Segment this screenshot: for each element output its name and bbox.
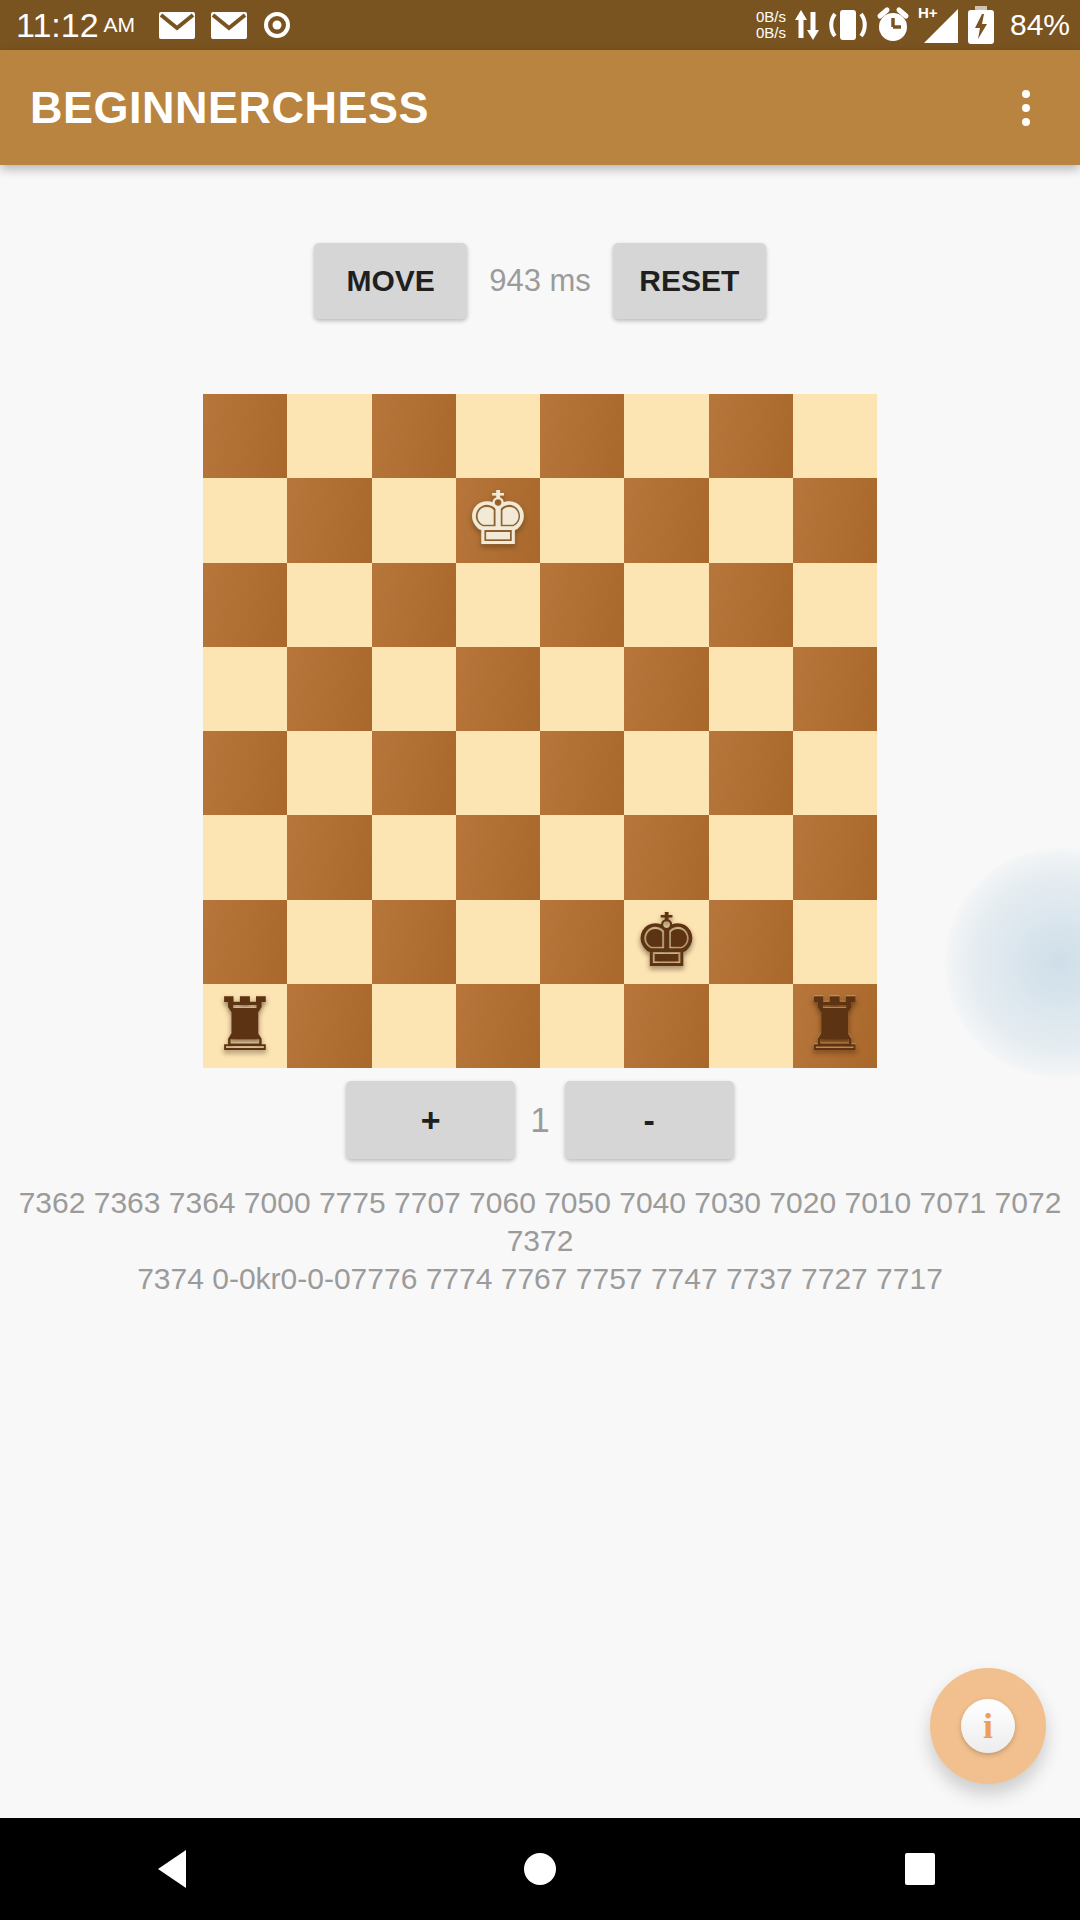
white-king: ♚ [465, 481, 531, 555]
stepper-row: + 1 - [0, 1081, 1080, 1159]
alarm-icon [875, 6, 911, 44]
square-e3[interactable] [540, 815, 624, 899]
square-c5[interactable] [372, 647, 456, 731]
square-c4[interactable] [372, 731, 456, 815]
square-g6[interactable] [709, 563, 793, 647]
chess-board: ♚♚♜♜ [203, 394, 877, 1068]
move-log: 7362 7363 7364 7000 7775 7707 7060 7050 … [0, 1184, 1080, 1298]
square-f7[interactable] [624, 478, 708, 562]
network-speed-text: 0B/s 0B/s [756, 9, 786, 41]
minus-button[interactable]: - [565, 1081, 734, 1159]
square-d2[interactable] [456, 900, 540, 984]
square-h6[interactable] [793, 563, 877, 647]
square-f1[interactable] [624, 984, 708, 1068]
square-c7[interactable] [372, 478, 456, 562]
square-c8[interactable] [372, 394, 456, 478]
square-a2[interactable] [203, 900, 287, 984]
recents-icon [905, 1853, 935, 1885]
home-icon [524, 1853, 556, 1885]
black-king: ♚ [633, 903, 699, 977]
square-c2[interactable] [372, 900, 456, 984]
square-b8[interactable] [287, 394, 371, 478]
square-f4[interactable] [624, 731, 708, 815]
email-icon [211, 12, 247, 39]
email-icon [159, 12, 195, 39]
nav-back-button[interactable] [112, 1818, 232, 1920]
square-f3[interactable] [624, 815, 708, 899]
clock-time: 11:12 [16, 6, 99, 45]
square-g5[interactable] [709, 647, 793, 731]
square-h1[interactable]: ♜ [793, 984, 877, 1068]
move-button[interactable]: MOVE [314, 243, 467, 319]
square-b4[interactable] [287, 731, 371, 815]
square-g8[interactable] [709, 394, 793, 478]
square-a6[interactable] [203, 563, 287, 647]
reset-button[interactable]: RESET [613, 243, 766, 319]
controls-row: MOVE 943 ms RESET [0, 243, 1080, 319]
screen: 11:12 AM 0B/s 0B/s [0, 0, 1080, 1920]
square-d8[interactable] [456, 394, 540, 478]
nav-bar [0, 1818, 1080, 1920]
vibrate-icon [828, 5, 868, 45]
square-d4[interactable] [456, 731, 540, 815]
square-b2[interactable] [287, 900, 371, 984]
square-e7[interactable] [540, 478, 624, 562]
square-b5[interactable] [287, 647, 371, 731]
status-bar: 11:12 AM 0B/s 0B/s [0, 0, 1080, 50]
square-a4[interactable] [203, 731, 287, 815]
edge-scroll-glow [945, 848, 1080, 1078]
square-c1[interactable] [372, 984, 456, 1068]
signal-hplus-icon: H+ [918, 5, 958, 45]
clock-period: AM [104, 13, 136, 37]
square-f2[interactable]: ♚ [624, 900, 708, 984]
square-c3[interactable] [372, 815, 456, 899]
square-h8[interactable] [793, 394, 877, 478]
square-a8[interactable] [203, 394, 287, 478]
square-f8[interactable] [624, 394, 708, 478]
svg-text:H+: H+ [918, 5, 938, 21]
data-saver-icon [263, 11, 291, 39]
square-e5[interactable] [540, 647, 624, 731]
square-d1[interactable] [456, 984, 540, 1068]
info-fab[interactable]: i [930, 1668, 1046, 1784]
square-h5[interactable] [793, 647, 877, 731]
square-e2[interactable] [540, 900, 624, 984]
square-e1[interactable] [540, 984, 624, 1068]
square-e4[interactable] [540, 731, 624, 815]
plus-button[interactable]: + [346, 1081, 515, 1159]
battery-percent: 84% [1010, 8, 1070, 42]
move-log-line: 7374 0-0kr0-0-07776 7774 7767 7757 7747 … [0, 1260, 1080, 1298]
back-icon [158, 1850, 186, 1888]
square-g1[interactable] [709, 984, 793, 1068]
square-f6[interactable] [624, 563, 708, 647]
square-b3[interactable] [287, 815, 371, 899]
app-title: BEGINNERCHESS [30, 82, 429, 134]
square-g3[interactable] [709, 815, 793, 899]
black-rook: ♜ [212, 987, 278, 1061]
square-d5[interactable] [456, 647, 540, 731]
black-rook: ♜ [802, 987, 868, 1061]
nav-recents-button[interactable] [860, 1818, 980, 1920]
square-e6[interactable] [540, 563, 624, 647]
square-g4[interactable] [709, 731, 793, 815]
square-d7[interactable]: ♚ [456, 478, 540, 562]
square-f5[interactable] [624, 647, 708, 731]
square-h2[interactable] [793, 900, 877, 984]
square-d3[interactable] [456, 815, 540, 899]
latency-text: 943 ms [489, 263, 591, 299]
square-b7[interactable] [287, 478, 371, 562]
square-g2[interactable] [709, 900, 793, 984]
square-h3[interactable] [793, 815, 877, 899]
square-b1[interactable] [287, 984, 371, 1068]
battery-charging-icon [965, 4, 997, 46]
square-e8[interactable] [540, 394, 624, 478]
square-a1[interactable]: ♜ [203, 984, 287, 1068]
app-bar: BEGINNERCHESS [0, 50, 1080, 165]
info-icon: i [961, 1699, 1015, 1753]
square-c6[interactable] [372, 563, 456, 647]
nav-home-button[interactable] [480, 1818, 600, 1920]
square-a7[interactable] [203, 478, 287, 562]
square-a3[interactable] [203, 815, 287, 899]
square-h7[interactable] [793, 478, 877, 562]
overflow-menu-button[interactable] [1002, 68, 1050, 148]
square-d6[interactable] [456, 563, 540, 647]
square-h4[interactable] [793, 731, 877, 815]
updown-arrows-icon [793, 6, 821, 44]
square-g7[interactable] [709, 478, 793, 562]
square-b6[interactable] [287, 563, 371, 647]
square-a5[interactable] [203, 647, 287, 731]
move-log-line: 7362 7363 7364 7000 7775 7707 7060 7050 … [0, 1184, 1080, 1260]
counter-value: 1 [530, 1100, 549, 1140]
